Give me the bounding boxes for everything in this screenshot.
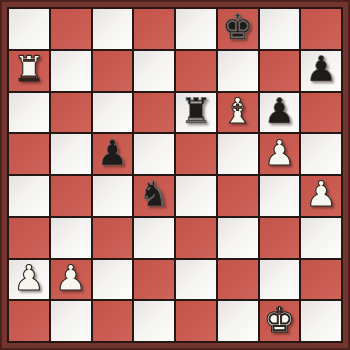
white-pawn-piece[interactable]: ♟ bbox=[305, 177, 336, 212]
square-g3[interactable] bbox=[260, 218, 300, 258]
square-d2[interactable] bbox=[134, 260, 174, 300]
square-e8[interactable] bbox=[176, 9, 216, 49]
black-pawn-piece[interactable]: ♟ bbox=[97, 136, 128, 171]
square-f1[interactable] bbox=[218, 301, 258, 341]
square-b8[interactable] bbox=[51, 9, 91, 49]
chess-board: ♚♜♟♜♝♟♟♟♞♟♟♟♚ bbox=[7, 7, 343, 343]
square-c3[interactable] bbox=[93, 218, 133, 258]
square-c1[interactable] bbox=[93, 301, 133, 341]
square-g6[interactable]: ♟ bbox=[260, 93, 300, 133]
square-b5[interactable] bbox=[51, 134, 91, 174]
square-e1[interactable] bbox=[176, 301, 216, 341]
square-a6[interactable] bbox=[9, 93, 49, 133]
square-d7[interactable] bbox=[134, 51, 174, 91]
square-c8[interactable] bbox=[93, 9, 133, 49]
square-e3[interactable] bbox=[176, 218, 216, 258]
white-king-piece[interactable]: ♚ bbox=[264, 303, 295, 338]
square-g1[interactable]: ♚ bbox=[260, 301, 300, 341]
square-b1[interactable] bbox=[51, 301, 91, 341]
black-king-piece[interactable]: ♚ bbox=[222, 10, 253, 45]
square-g8[interactable] bbox=[260, 9, 300, 49]
square-c6[interactable] bbox=[93, 93, 133, 133]
square-h2[interactable] bbox=[301, 260, 341, 300]
square-a4[interactable] bbox=[9, 176, 49, 216]
square-c5[interactable]: ♟ bbox=[93, 134, 133, 174]
white-bishop-piece[interactable]: ♝ bbox=[222, 94, 253, 129]
black-pawn-piece[interactable]: ♟ bbox=[264, 94, 295, 129]
square-e7[interactable] bbox=[176, 51, 216, 91]
white-pawn-piece[interactable]: ♟ bbox=[264, 136, 295, 171]
square-a5[interactable] bbox=[9, 134, 49, 174]
square-h6[interactable] bbox=[301, 93, 341, 133]
square-f3[interactable] bbox=[218, 218, 258, 258]
black-knight-piece[interactable]: ♞ bbox=[138, 177, 169, 212]
square-a2[interactable]: ♟ bbox=[9, 260, 49, 300]
square-e5[interactable] bbox=[176, 134, 216, 174]
square-e6[interactable]: ♜ bbox=[176, 93, 216, 133]
square-e4[interactable] bbox=[176, 176, 216, 216]
square-f8[interactable]: ♚ bbox=[218, 9, 258, 49]
square-g7[interactable] bbox=[260, 51, 300, 91]
square-b6[interactable] bbox=[51, 93, 91, 133]
square-d8[interactable] bbox=[134, 9, 174, 49]
square-b3[interactable] bbox=[51, 218, 91, 258]
square-d5[interactable] bbox=[134, 134, 174, 174]
black-pawn-piece[interactable]: ♟ bbox=[305, 52, 336, 87]
white-pawn-piece[interactable]: ♟ bbox=[55, 261, 86, 296]
square-g4[interactable] bbox=[260, 176, 300, 216]
square-f5[interactable] bbox=[218, 134, 258, 174]
square-c2[interactable] bbox=[93, 260, 133, 300]
square-h7[interactable]: ♟ bbox=[301, 51, 341, 91]
square-a3[interactable] bbox=[9, 218, 49, 258]
square-a1[interactable] bbox=[9, 301, 49, 341]
square-e2[interactable] bbox=[176, 260, 216, 300]
square-f2[interactable] bbox=[218, 260, 258, 300]
square-g2[interactable] bbox=[260, 260, 300, 300]
white-rook-piece[interactable]: ♜ bbox=[13, 52, 44, 87]
square-d1[interactable] bbox=[134, 301, 174, 341]
square-f7[interactable] bbox=[218, 51, 258, 91]
square-b2[interactable]: ♟ bbox=[51, 260, 91, 300]
square-d6[interactable] bbox=[134, 93, 174, 133]
square-d4[interactable]: ♞ bbox=[134, 176, 174, 216]
square-h4[interactable]: ♟ bbox=[301, 176, 341, 216]
square-d3[interactable] bbox=[134, 218, 174, 258]
square-c7[interactable] bbox=[93, 51, 133, 91]
square-f6[interactable]: ♝ bbox=[218, 93, 258, 133]
square-h1[interactable] bbox=[301, 301, 341, 341]
square-a7[interactable]: ♜ bbox=[9, 51, 49, 91]
square-c4[interactable] bbox=[93, 176, 133, 216]
square-g5[interactable]: ♟ bbox=[260, 134, 300, 174]
white-pawn-piece[interactable]: ♟ bbox=[13, 261, 44, 296]
square-f4[interactable] bbox=[218, 176, 258, 216]
square-b4[interactable] bbox=[51, 176, 91, 216]
black-rook-piece[interactable]: ♜ bbox=[180, 94, 211, 129]
square-h5[interactable] bbox=[301, 134, 341, 174]
board-frame: ♚♜♟♜♝♟♟♟♞♟♟♟♚ bbox=[0, 0, 350, 350]
square-h3[interactable] bbox=[301, 218, 341, 258]
square-h8[interactable] bbox=[301, 9, 341, 49]
square-b7[interactable] bbox=[51, 51, 91, 91]
square-a8[interactable] bbox=[9, 9, 49, 49]
